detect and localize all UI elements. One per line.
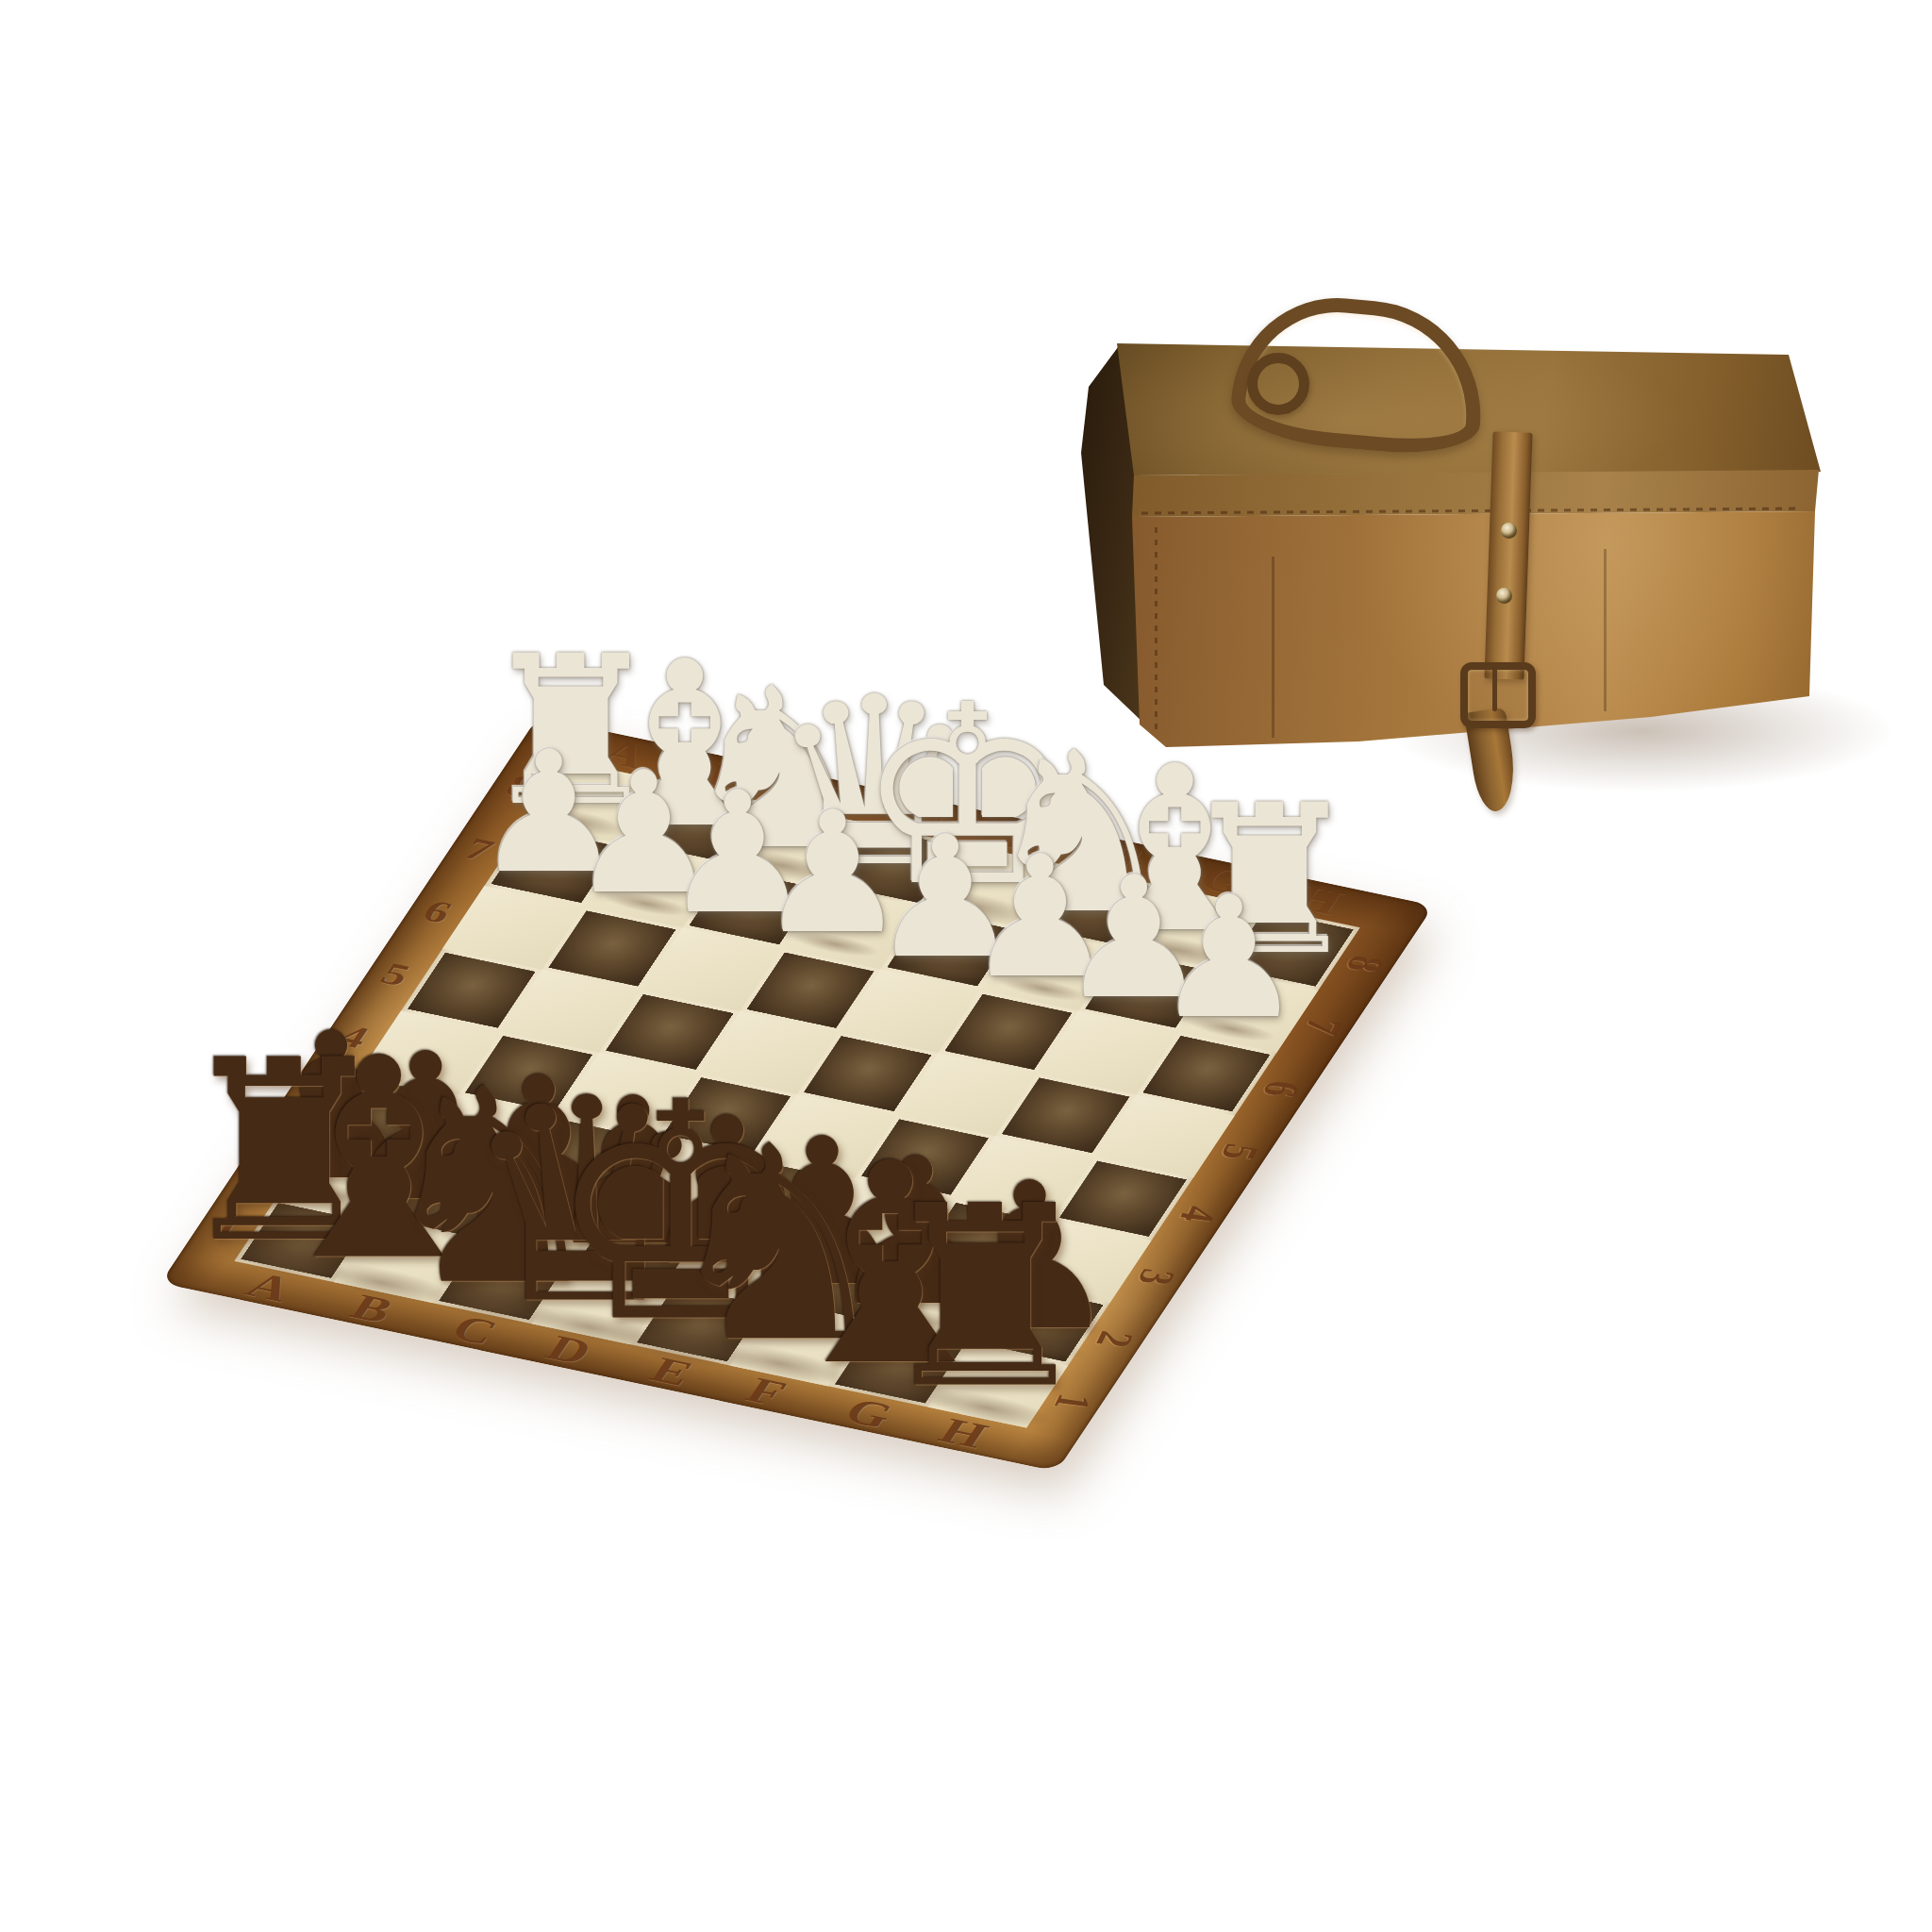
rivet-icon: [1501, 523, 1517, 539]
rank-label-5-left: 5: [375, 958, 417, 991]
rivet-icon: [1496, 588, 1512, 604]
rank-label-3-right: 3: [1130, 1267, 1184, 1288]
pawn-glyph: ♟: [1154, 878, 1305, 1038]
rank-label-4-right: 4: [1172, 1204, 1225, 1224]
rank-label-5-right: 5: [1213, 1141, 1267, 1162]
rook-glyph: ♜: [873, 1179, 1097, 1417]
case-buckle-prong: [1492, 668, 1497, 711]
case-edge-stitching: [1155, 526, 1158, 729]
rank-label-6-left: 6: [417, 895, 458, 928]
rank-label-7-right: 7: [1297, 1016, 1351, 1037]
case-seam: [1272, 557, 1274, 738]
case-handle-curl: [1247, 353, 1309, 415]
chessboard: AABBCCDDEEFFGGHH8877665544332211♜♝♞♛♚♞♝♜…: [160, 717, 1434, 1472]
case-seam: [1604, 549, 1607, 711]
scene: AABBCCDDEEFFGGHH8877665544332211♜♝♞♛♚♞♝♜…: [0, 0, 1932, 1932]
case-buckle: [1460, 662, 1536, 728]
rank-label-6-right: 6: [1255, 1079, 1308, 1100]
